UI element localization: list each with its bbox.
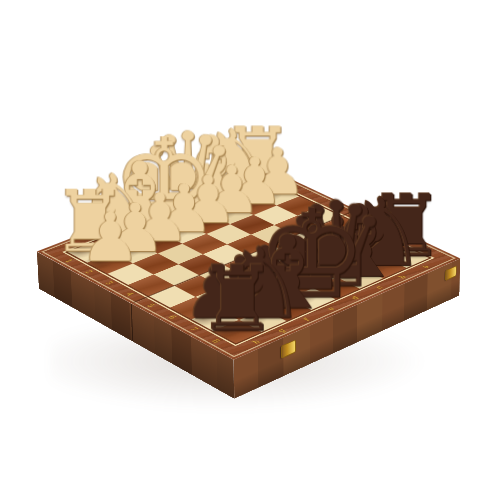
brass-hinge: [445, 265, 457, 281]
fold-seam-wall: [131, 303, 134, 342]
product-photo-scene: ♜♟♟♜♞♟♟♞♝♟♟♝♛♟♟♛♚♟♟♚♝♟♟♝♞♟♟♞♜♟♟♜ 1234567…: [0, 0, 500, 500]
piece-black-rook-h8: ♜: [174, 253, 301, 343]
